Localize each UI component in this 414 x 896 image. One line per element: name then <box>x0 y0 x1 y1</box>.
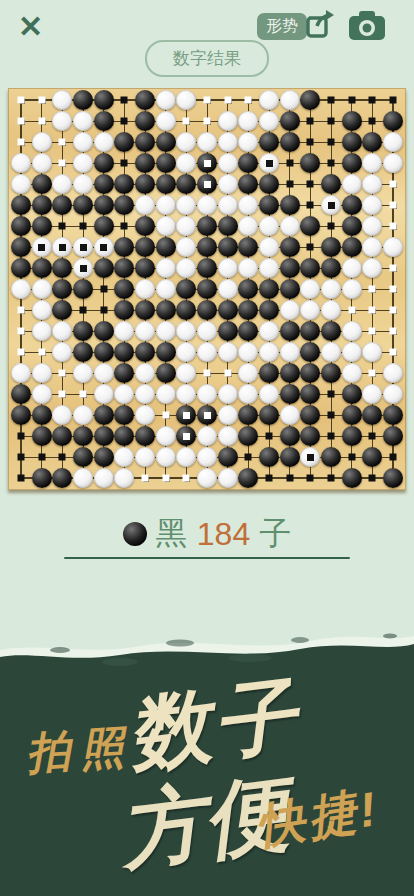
black-stone <box>94 195 114 215</box>
white-territory-marker <box>142 475 149 482</box>
white-territory-marker <box>38 349 45 356</box>
white-territory-marker <box>390 286 397 293</box>
black-territory-marker <box>80 307 87 314</box>
white-territory-marker <box>390 265 397 272</box>
black-territory-marker <box>121 97 128 104</box>
black-stone <box>342 468 362 488</box>
app-screen: ✕ 形势 数字结果 黑 184 子 拍照 <box>0 0 414 896</box>
white-stone <box>156 447 176 467</box>
white-stone <box>280 300 300 320</box>
white-stone <box>156 258 176 278</box>
black-stone <box>238 468 258 488</box>
black-stone <box>156 363 176 383</box>
white-stone <box>73 111 93 131</box>
black-stone <box>218 237 238 257</box>
white-stone <box>362 195 382 215</box>
black-territory-marker <box>307 139 314 146</box>
black-stone <box>114 426 134 446</box>
black-stone <box>342 405 362 425</box>
white-stone <box>238 132 258 152</box>
white-stone <box>135 363 155 383</box>
black-stone <box>114 195 134 215</box>
white-stone <box>259 321 279 341</box>
black-stone <box>135 111 155 131</box>
black-stone <box>218 321 238 341</box>
black-territory-marker <box>369 118 376 125</box>
result-count: 184 <box>197 516 250 553</box>
white-stone-dead <box>259 153 279 173</box>
black-territory-marker <box>348 97 355 104</box>
white-stone <box>156 426 176 446</box>
black-stone <box>280 279 300 299</box>
black-stone <box>94 90 114 110</box>
dead-mark-black-square <box>100 244 107 251</box>
black-stone <box>73 90 93 110</box>
black-stone <box>73 342 93 362</box>
black-stone <box>280 237 300 257</box>
black-territory-marker <box>18 454 25 461</box>
white-stone <box>135 405 155 425</box>
white-stone-dead <box>321 195 341 215</box>
black-territory-marker <box>328 391 335 398</box>
white-stone <box>280 405 300 425</box>
white-stone-dead <box>52 237 72 257</box>
white-stone <box>156 90 176 110</box>
black-stone-dead <box>176 426 196 446</box>
white-territory-marker <box>59 139 66 146</box>
black-territory-marker <box>121 160 128 167</box>
white-stone <box>259 258 279 278</box>
black-stone <box>114 174 134 194</box>
black-stone <box>11 405 31 425</box>
black-stone <box>114 132 134 152</box>
black-stone <box>238 405 258 425</box>
black-stone <box>300 258 320 278</box>
black-stone <box>52 300 72 320</box>
white-stone <box>176 363 196 383</box>
black-stone <box>52 426 72 446</box>
black-stone <box>238 279 258 299</box>
black-stone <box>259 447 279 467</box>
black-stone <box>114 258 134 278</box>
black-stone <box>114 300 134 320</box>
white-stone <box>321 342 341 362</box>
black-stone <box>135 132 155 152</box>
black-stone <box>135 90 155 110</box>
black-stone <box>32 258 52 278</box>
situation-badge-button[interactable]: 形势 <box>257 13 307 40</box>
close-icon[interactable]: ✕ <box>18 12 43 42</box>
black-stone <box>238 174 258 194</box>
black-stone <box>238 300 258 320</box>
black-territory-marker <box>266 433 273 440</box>
white-territory-marker <box>390 349 397 356</box>
white-stone <box>218 384 238 404</box>
white-territory-marker <box>224 370 231 377</box>
white-territory-marker <box>18 349 25 356</box>
black-stone <box>321 447 341 467</box>
white-stone <box>362 174 382 194</box>
white-territory-marker <box>390 181 397 188</box>
white-stone <box>52 405 72 425</box>
black-stone <box>280 132 300 152</box>
black-territory-marker <box>59 223 66 230</box>
black-stone <box>321 237 341 257</box>
black-stone <box>94 426 114 446</box>
black-stone <box>94 111 114 131</box>
black-stone <box>32 468 52 488</box>
white-stone <box>197 195 217 215</box>
dead-mark-black-square <box>307 454 314 461</box>
banner-text-paizhao: 拍照 <box>25 724 136 775</box>
black-territory-marker <box>369 475 376 482</box>
white-stone <box>176 153 196 173</box>
black-stone <box>156 342 176 362</box>
black-stone <box>238 237 258 257</box>
black-stone <box>300 384 320 404</box>
white-territory-marker <box>162 412 169 419</box>
black-territory-marker <box>307 181 314 188</box>
white-stone <box>300 279 320 299</box>
share-icon <box>303 8 339 42</box>
white-territory-marker <box>390 202 397 209</box>
black-stone <box>280 384 300 404</box>
black-stone <box>135 216 155 236</box>
black-stone <box>259 300 279 320</box>
black-stone <box>197 279 217 299</box>
camera-button[interactable] <box>347 8 387 46</box>
white-territory-marker <box>80 391 87 398</box>
white-stone <box>362 384 382 404</box>
black-stone <box>73 195 93 215</box>
white-territory-marker <box>204 97 211 104</box>
white-stone <box>383 153 403 173</box>
white-stone <box>321 300 341 320</box>
black-stone <box>114 342 134 362</box>
black-stone <box>94 258 114 278</box>
white-territory-marker <box>390 328 397 335</box>
white-stone <box>300 300 320 320</box>
white-stone <box>342 342 362 362</box>
black-stone <box>156 153 176 173</box>
black-stone <box>156 174 176 194</box>
dead-mark-black-square <box>328 202 335 209</box>
white-stone <box>259 237 279 257</box>
black-stone <box>32 405 52 425</box>
white-stone <box>114 321 134 341</box>
white-stone <box>176 258 196 278</box>
white-stone <box>156 321 176 341</box>
white-stone <box>218 405 238 425</box>
black-territory-marker <box>307 475 314 482</box>
banner-text-shuzi: 数子 <box>124 674 305 776</box>
white-territory-marker <box>204 370 211 377</box>
black-stone <box>11 258 31 278</box>
black-territory-marker <box>390 97 397 104</box>
white-stone <box>176 384 196 404</box>
white-territory-marker <box>390 223 397 230</box>
white-stone <box>11 174 31 194</box>
camera-icon <box>347 8 387 42</box>
white-territory-marker <box>204 118 211 125</box>
dead-mark-black-square <box>80 265 87 272</box>
black-stone <box>176 174 196 194</box>
white-stone <box>32 384 52 404</box>
tab-number-result[interactable]: 数字结果 <box>145 40 269 77</box>
white-stone <box>342 363 362 383</box>
black-territory-marker <box>286 475 293 482</box>
white-stone <box>259 216 279 236</box>
black-stone <box>176 279 196 299</box>
black-stone <box>342 153 362 173</box>
black-territory-marker <box>328 139 335 146</box>
white-stone <box>135 279 155 299</box>
white-stone <box>218 279 238 299</box>
white-stone <box>94 132 114 152</box>
black-territory-marker <box>369 433 376 440</box>
white-territory-marker <box>369 307 376 314</box>
black-territory-marker <box>328 412 335 419</box>
black-stone <box>135 300 155 320</box>
share-button[interactable] <box>303 8 339 46</box>
white-territory-marker <box>18 97 25 104</box>
black-stone <box>94 342 114 362</box>
black-territory-marker <box>100 307 107 314</box>
white-stone <box>362 216 382 236</box>
white-territory-marker <box>38 97 45 104</box>
go-board <box>8 88 406 490</box>
white-stone <box>218 195 238 215</box>
white-stone <box>176 237 196 257</box>
black-stone <box>300 405 320 425</box>
white-stone <box>32 132 52 152</box>
dead-mark-black-square <box>38 244 45 251</box>
white-stone <box>197 132 217 152</box>
white-stone <box>73 174 93 194</box>
white-stone <box>32 153 52 173</box>
white-stone <box>32 279 52 299</box>
black-territory-marker <box>121 223 128 230</box>
black-stone <box>94 321 114 341</box>
white-stone <box>73 153 93 173</box>
white-stone <box>197 384 217 404</box>
black-stone <box>259 132 279 152</box>
white-stone <box>176 321 196 341</box>
black-stone <box>156 300 176 320</box>
black-stone-icon <box>123 522 147 546</box>
black-stone <box>32 195 52 215</box>
white-stone <box>114 447 134 467</box>
black-territory-marker <box>328 160 335 167</box>
white-stone <box>135 321 155 341</box>
white-stone <box>383 132 403 152</box>
black-stone <box>259 195 279 215</box>
white-stone <box>259 384 279 404</box>
white-stone <box>321 279 341 299</box>
white-territory-marker <box>162 475 169 482</box>
dead-mark-white-square <box>204 160 211 167</box>
black-stone <box>238 321 258 341</box>
white-stone <box>176 216 196 236</box>
black-stone <box>32 174 52 194</box>
black-stone <box>300 216 320 236</box>
white-stone <box>218 132 238 152</box>
black-territory-marker <box>80 223 87 230</box>
white-stone <box>280 216 300 236</box>
result-color-label: 黑 <box>156 512 188 556</box>
black-stone <box>321 258 341 278</box>
black-stone <box>280 258 300 278</box>
black-stone <box>383 405 403 425</box>
black-stone <box>94 405 114 425</box>
black-stone-dead <box>197 153 217 173</box>
white-stone <box>218 342 238 362</box>
black-stone <box>383 111 403 131</box>
white-stone <box>383 363 403 383</box>
black-stone <box>52 258 72 278</box>
white-stone <box>94 384 114 404</box>
black-stone <box>383 426 403 446</box>
white-stone <box>11 363 31 383</box>
black-territory-marker <box>286 181 293 188</box>
black-stone <box>300 321 320 341</box>
white-territory-marker <box>348 307 355 314</box>
white-stone <box>383 237 403 257</box>
white-stone <box>73 363 93 383</box>
black-stone <box>11 216 31 236</box>
white-stone <box>197 321 217 341</box>
white-stone <box>342 174 362 194</box>
count-result-row: 黑 184 子 <box>0 512 414 556</box>
white-stone <box>52 321 72 341</box>
black-stone <box>114 363 134 383</box>
black-territory-marker <box>121 118 128 125</box>
black-stone <box>11 384 31 404</box>
black-stone <box>135 174 155 194</box>
black-stone <box>280 426 300 446</box>
black-stone <box>135 258 155 278</box>
black-stone <box>280 321 300 341</box>
white-stone <box>52 90 72 110</box>
black-stone <box>259 363 279 383</box>
white-stone <box>259 342 279 362</box>
white-stone <box>238 342 258 362</box>
black-stone <box>300 342 320 362</box>
white-stone <box>156 216 176 236</box>
white-stone <box>156 195 176 215</box>
black-stone <box>135 153 155 173</box>
white-stone <box>280 342 300 362</box>
white-stone <box>218 111 238 131</box>
white-stone <box>176 90 196 110</box>
black-stone <box>114 279 134 299</box>
white-territory-marker <box>18 307 25 314</box>
dead-mark-black-square <box>80 244 87 251</box>
black-stone <box>238 426 258 446</box>
white-stone <box>176 195 196 215</box>
white-stone <box>342 321 362 341</box>
black-stone <box>259 174 279 194</box>
white-territory-marker <box>183 118 190 125</box>
white-territory-marker <box>369 328 376 335</box>
black-stone <box>94 447 114 467</box>
black-territory-marker <box>286 160 293 167</box>
white-stone <box>156 111 176 131</box>
black-stone <box>300 153 320 173</box>
white-stone <box>32 363 52 383</box>
black-stone <box>280 111 300 131</box>
black-stone <box>300 90 320 110</box>
black-stone <box>342 426 362 446</box>
white-stone <box>259 111 279 131</box>
white-stone <box>383 384 403 404</box>
black-stone <box>114 237 134 257</box>
white-stone <box>73 468 93 488</box>
black-stone <box>342 111 362 131</box>
black-territory-marker <box>348 454 355 461</box>
black-stone <box>11 237 31 257</box>
white-stone <box>362 258 382 278</box>
black-stone <box>342 216 362 236</box>
white-territory-marker <box>369 370 376 377</box>
black-stone <box>362 447 382 467</box>
result-unit: 子 <box>259 512 291 556</box>
black-stone-dead <box>197 405 217 425</box>
black-stone <box>135 237 155 257</box>
black-territory-marker <box>307 202 314 209</box>
white-stone <box>238 363 258 383</box>
black-territory-marker <box>100 286 107 293</box>
white-stone-dead <box>32 237 52 257</box>
black-stone-dead <box>197 174 217 194</box>
dead-mark-black-square <box>59 244 66 251</box>
white-stone <box>218 426 238 446</box>
black-stone <box>11 195 31 215</box>
white-stone <box>197 468 217 488</box>
white-stone <box>238 258 258 278</box>
white-territory-marker <box>59 370 66 377</box>
white-stone <box>73 132 93 152</box>
black-stone <box>32 216 52 236</box>
result-divider <box>64 557 350 559</box>
black-territory-marker <box>328 118 335 125</box>
white-stone-dead <box>300 447 320 467</box>
black-stone <box>94 216 114 236</box>
white-stone <box>94 468 114 488</box>
white-stone <box>238 384 258 404</box>
black-stone <box>362 405 382 425</box>
white-stone-dead <box>73 258 93 278</box>
white-stone <box>238 216 258 236</box>
black-stone <box>176 300 196 320</box>
black-stone <box>94 174 114 194</box>
black-stone <box>52 468 72 488</box>
black-stone <box>300 363 320 383</box>
black-stone <box>342 237 362 257</box>
black-stone <box>259 405 279 425</box>
white-stone <box>176 132 196 152</box>
black-stone <box>300 426 320 446</box>
white-stone <box>197 342 217 362</box>
white-stone <box>238 111 258 131</box>
dead-mark-white-square <box>183 433 190 440</box>
white-stone <box>176 447 196 467</box>
black-territory-marker <box>328 475 335 482</box>
white-stone <box>218 174 238 194</box>
black-stone <box>342 384 362 404</box>
black-territory-marker <box>390 454 397 461</box>
black-territory-marker <box>328 433 335 440</box>
